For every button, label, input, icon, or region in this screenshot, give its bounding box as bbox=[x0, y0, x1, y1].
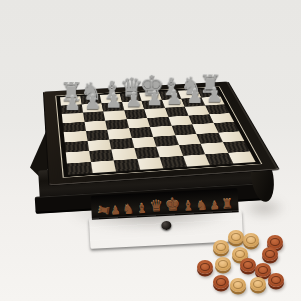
checker-dark-disc[interactable] bbox=[213, 275, 229, 289]
checkers-pile bbox=[0, 0, 301, 301]
checker-dark-disc[interactable] bbox=[268, 273, 284, 287]
checker-dark-disc[interactable] bbox=[197, 260, 213, 274]
checker-light-disc[interactable] bbox=[213, 240, 229, 254]
checker-light-disc[interactable] bbox=[250, 277, 266, 291]
checker-light-disc[interactable] bbox=[215, 257, 231, 271]
checker-light-disc[interactable] bbox=[230, 278, 246, 292]
checker-dark-disc[interactable] bbox=[240, 258, 256, 272]
product-photo-scene: ♜♞♝♛♚♝♞♜♟♟♟♟♟♟♟♟ ♜♟♞♝♛♚♝♞♟♜ bbox=[0, 0, 301, 301]
checker-dark-disc[interactable] bbox=[262, 247, 278, 261]
checker-light-disc[interactable] bbox=[228, 230, 244, 244]
checker-light-disc[interactable] bbox=[243, 233, 259, 247]
